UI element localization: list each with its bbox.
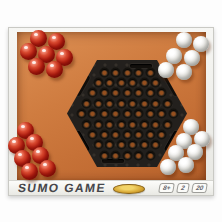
board-hole <box>129 121 136 128</box>
brand-logo-icon <box>113 184 145 195</box>
board-hole <box>112 89 119 96</box>
board-hole <box>95 79 102 86</box>
board-hole <box>112 152 119 159</box>
game-box: SUMO GAME 8+220 <box>8 27 214 196</box>
board-hole <box>101 110 108 117</box>
board-hole <box>124 152 131 159</box>
board-hole <box>124 89 131 96</box>
board-hole <box>112 69 119 76</box>
board-hole <box>141 141 148 148</box>
board-hole <box>135 110 142 117</box>
board-hole <box>106 100 113 107</box>
info-badges: 8+220 <box>159 181 207 195</box>
board-hole <box>152 141 159 148</box>
board-hole <box>135 69 142 76</box>
board-hole <box>141 79 148 86</box>
board-hole <box>101 152 108 159</box>
board-hole <box>164 121 171 128</box>
board-hole <box>118 141 125 148</box>
info-badge: 8+ <box>158 183 175 193</box>
board-hole <box>124 131 131 138</box>
board-hole <box>135 152 142 159</box>
board-hole <box>170 110 177 117</box>
board-hole <box>147 69 154 76</box>
board-hole <box>129 141 136 148</box>
board-hole <box>78 110 85 117</box>
board-hole <box>101 69 108 76</box>
box-front-strip: SUMO GAME 8+220 <box>9 180 213 195</box>
board-slot-top <box>130 64 152 68</box>
board-hole <box>164 100 171 107</box>
board-hole <box>158 110 165 117</box>
board-slot-bottom <box>102 159 124 163</box>
game-title: SUMO GAME <box>17 181 107 195</box>
board-hole <box>124 110 131 117</box>
hexagonal-board <box>67 60 187 167</box>
board-hole <box>106 141 113 148</box>
board-hole <box>152 121 159 128</box>
board-slot-upper-left <box>76 75 90 96</box>
board-hole <box>95 100 102 107</box>
board-hole <box>141 100 148 107</box>
board-hole <box>83 100 90 107</box>
board-hole <box>118 100 125 107</box>
board-hole <box>112 110 119 117</box>
board-hole <box>95 121 102 128</box>
board-hole <box>83 121 90 128</box>
board-hole <box>124 69 131 76</box>
board-hole <box>147 89 154 96</box>
board-hole <box>89 89 96 96</box>
box-interior <box>17 32 206 181</box>
board-hole <box>135 89 142 96</box>
board-hole <box>106 79 113 86</box>
board-hole <box>89 110 96 117</box>
board-hole <box>106 121 113 128</box>
board-hole <box>101 131 108 138</box>
board-hole <box>141 121 148 128</box>
board-slot-lower-right <box>164 130 178 151</box>
info-badge: 2 <box>176 183 189 193</box>
board-hole <box>158 131 165 138</box>
board-hole <box>135 131 142 138</box>
board-hole <box>147 131 154 138</box>
product-photo: SUMO GAME 8+220 <box>0 0 222 222</box>
board-hole <box>129 100 136 107</box>
board-slot-upper-right <box>164 75 178 96</box>
board-hole <box>147 110 154 117</box>
board-hole <box>89 131 96 138</box>
board-hole <box>147 152 154 159</box>
board-slot-lower-left <box>76 130 90 151</box>
board-hole <box>118 121 125 128</box>
board-hole <box>152 79 159 86</box>
info-badge: 20 <box>191 183 208 193</box>
board-hole <box>101 89 108 96</box>
board-hole <box>152 100 159 107</box>
board-hole <box>158 89 165 96</box>
board-hole <box>129 79 136 86</box>
board-hole <box>118 79 125 86</box>
board-hole <box>112 131 119 138</box>
board-hole <box>95 141 102 148</box>
